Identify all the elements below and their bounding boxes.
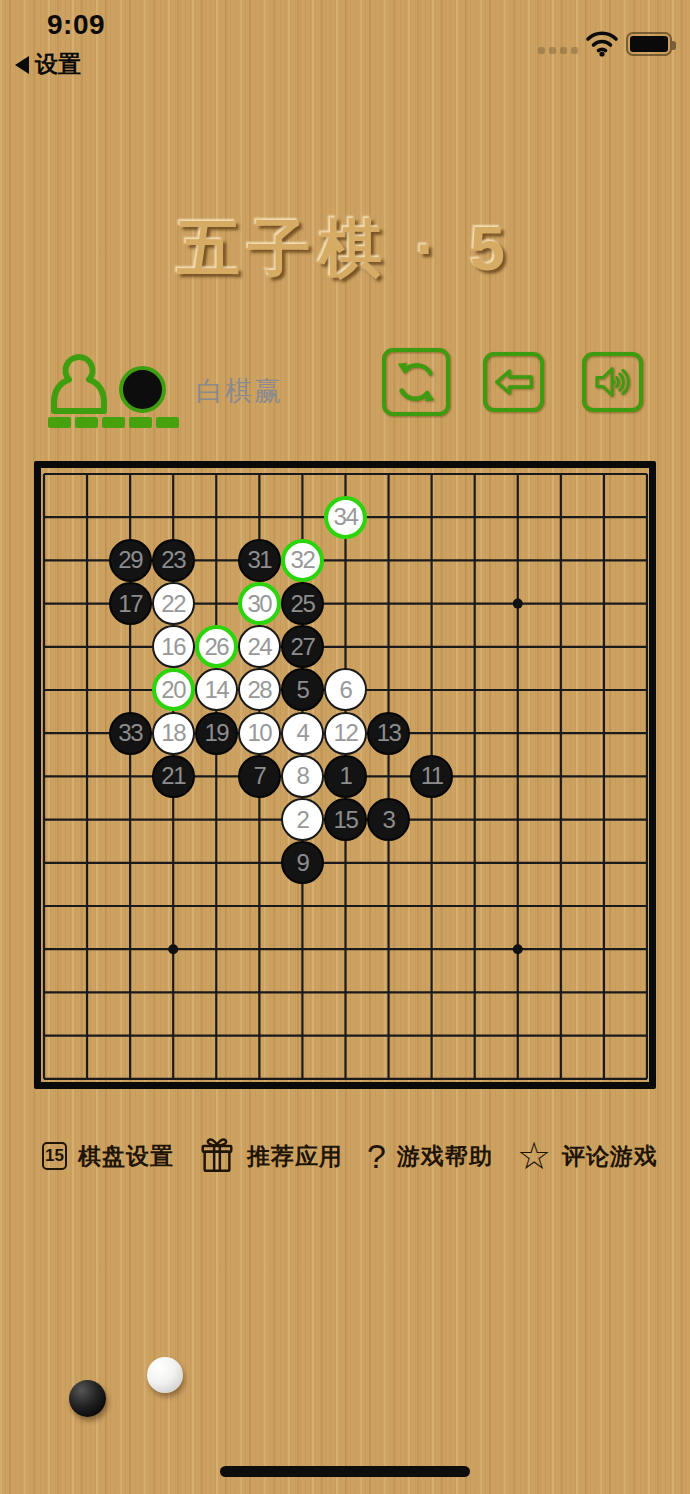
speaker-icon — [593, 365, 633, 399]
decorative-white-stone — [147, 1357, 183, 1393]
app-title: 五子棋 · 5 — [0, 206, 690, 292]
stone-33: 33 — [109, 712, 152, 755]
stone-14: 14 — [195, 668, 238, 711]
stone-15: 15 — [324, 798, 367, 841]
gomoku-board[interactable]: 1234567891011121314151617181920212223242… — [34, 461, 656, 1089]
stone-24: 24 — [238, 625, 281, 668]
stone-9: 9 — [281, 841, 324, 884]
bottom-toolbar: 15 棋盘设置 推荐应用 ? 游戏帮助 ☆ 评论游戏 — [0, 1136, 690, 1176]
board-settings-button[interactable]: 15 棋盘设置 — [42, 1141, 174, 1172]
back-to-settings-button[interactable]: 设置 — [15, 49, 81, 80]
stone-2: 2 — [281, 798, 324, 841]
current-player-stone — [119, 366, 166, 413]
stone-30: 30 — [238, 582, 281, 625]
stone-16: 16 — [152, 625, 195, 668]
stone-28: 28 — [238, 668, 281, 711]
stone-23: 23 — [152, 539, 195, 582]
stone-1: 1 — [324, 755, 367, 798]
stone-8: 8 — [281, 755, 324, 798]
restart-icon — [393, 359, 439, 405]
game-hud: 白棋赢 — [0, 340, 690, 440]
restart-button[interactable] — [382, 348, 450, 416]
progress-dashes — [48, 417, 179, 428]
stone-31: 31 — [238, 539, 281, 582]
cellular-signal-icon — [538, 47, 578, 54]
sound-button[interactable] — [582, 352, 643, 412]
decorative-black-stone — [69, 1380, 106, 1417]
board-size-badge-icon: 15 — [42, 1142, 67, 1170]
stone-22: 22 — [152, 582, 195, 625]
status-icons — [538, 30, 672, 57]
rate-game-button[interactable]: ☆ 评论游戏 — [517, 1137, 658, 1175]
battery-icon — [626, 32, 672, 56]
stone-6: 6 — [324, 668, 367, 711]
stone-25: 25 — [281, 582, 324, 625]
recommended-apps-button[interactable]: 推荐应用 — [198, 1137, 343, 1175]
stone-13: 13 — [367, 712, 410, 755]
stone-4: 4 — [281, 712, 324, 755]
stone-34: 34 — [324, 496, 367, 539]
stone-7: 7 — [238, 755, 281, 798]
back-chevron-icon — [15, 56, 29, 74]
stone-19: 19 — [195, 712, 238, 755]
stone-3: 3 — [367, 798, 410, 841]
wifi-icon — [585, 30, 619, 57]
back-label: 设置 — [35, 49, 81, 80]
home-indicator — [220, 1466, 470, 1477]
stone-26: 26 — [195, 625, 238, 668]
question-icon: ? — [367, 1137, 386, 1176]
gift-icon — [198, 1137, 236, 1175]
stone-18: 18 — [152, 712, 195, 755]
stone-12: 12 — [324, 712, 367, 755]
stone-21: 21 — [152, 755, 195, 798]
stone-32: 32 — [281, 539, 324, 582]
player-person-icon — [46, 351, 112, 419]
stone-20: 20 — [152, 668, 195, 711]
stones-layer: 1234567891011121314151617181920212223242… — [23, 452, 669, 1100]
game-help-button[interactable]: ? 游戏帮助 — [367, 1137, 493, 1176]
stone-29: 29 — [109, 539, 152, 582]
undo-arrow-icon — [494, 367, 534, 397]
undo-button[interactable] — [483, 352, 544, 412]
stone-10: 10 — [238, 712, 281, 755]
game-status-text: 白棋赢 — [196, 373, 283, 409]
clock-time: 9:09 — [47, 9, 105, 41]
stone-27: 27 — [281, 625, 324, 668]
star-icon: ☆ — [517, 1137, 551, 1175]
stone-17: 17 — [109, 582, 152, 625]
stone-11: 11 — [410, 755, 453, 798]
stone-5: 5 — [281, 668, 324, 711]
